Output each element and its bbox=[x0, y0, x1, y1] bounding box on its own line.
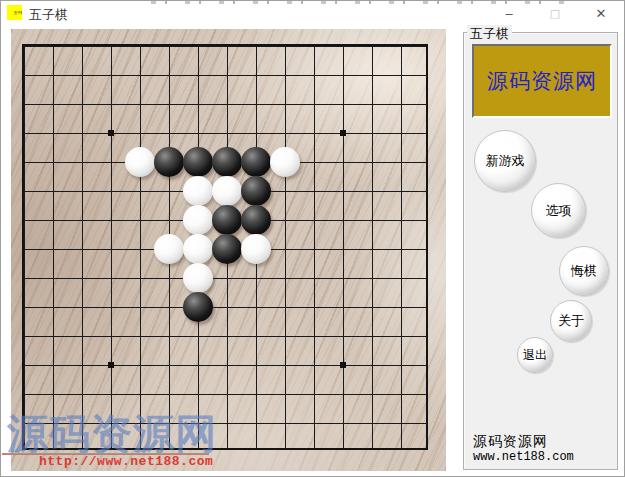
white-stone bbox=[183, 205, 213, 235]
white-stone bbox=[125, 147, 155, 177]
options-button[interactable]: 选项 bbox=[531, 183, 586, 238]
title-bar: 五子棋 五子棋 – ◻ ✕ bbox=[2, 4, 625, 25]
maximize-button[interactable]: ◻ bbox=[540, 4, 570, 24]
about-button[interactable]: 关于 bbox=[550, 300, 592, 342]
white-stone bbox=[241, 234, 271, 264]
white-stone bbox=[183, 234, 213, 264]
black-stone bbox=[212, 234, 242, 264]
watermark-url: http://www.net188.com bbox=[39, 454, 213, 469]
new-game-button[interactable]: 新游戏 bbox=[474, 130, 536, 192]
black-stone bbox=[212, 205, 242, 235]
star-point bbox=[108, 130, 114, 136]
exit-button[interactable]: 退出 bbox=[517, 337, 553, 373]
black-stone bbox=[212, 147, 242, 177]
white-stone bbox=[212, 176, 242, 206]
board-grid[interactable] bbox=[22, 44, 428, 450]
undo-move-button[interactable]: 悔棋 bbox=[559, 246, 609, 296]
panel-footer-site-name: 源码资源网 bbox=[473, 433, 548, 451]
black-stone bbox=[183, 292, 213, 322]
black-stone bbox=[241, 176, 271, 206]
window-title: 五子棋 bbox=[29, 6, 68, 24]
star-point bbox=[340, 130, 346, 136]
white-stone bbox=[183, 176, 213, 206]
panel-footer-site-url: www.net188.com bbox=[473, 450, 574, 464]
app-icon: 五子棋 bbox=[7, 5, 22, 20]
black-stone bbox=[241, 205, 271, 235]
minimize-button[interactable]: – bbox=[494, 4, 524, 24]
game-board bbox=[11, 29, 446, 471]
black-stone bbox=[154, 147, 184, 177]
app-window: 五子棋 五子棋 – ◻ ✕ 源码资源网 http://www.net188.co… bbox=[0, 0, 625, 477]
ad-banner-text: 源码资源网 bbox=[487, 67, 597, 95]
close-button[interactable]: ✕ bbox=[586, 4, 616, 24]
white-stone bbox=[183, 263, 213, 293]
black-stone bbox=[183, 147, 213, 177]
star-point bbox=[340, 362, 346, 368]
groupbox-label: 五子棋 bbox=[467, 25, 512, 43]
white-stone bbox=[154, 234, 184, 264]
star-point bbox=[108, 362, 114, 368]
white-stone bbox=[270, 147, 300, 177]
black-stone bbox=[241, 147, 271, 177]
ad-banner[interactable]: 源码资源网 bbox=[472, 44, 612, 118]
